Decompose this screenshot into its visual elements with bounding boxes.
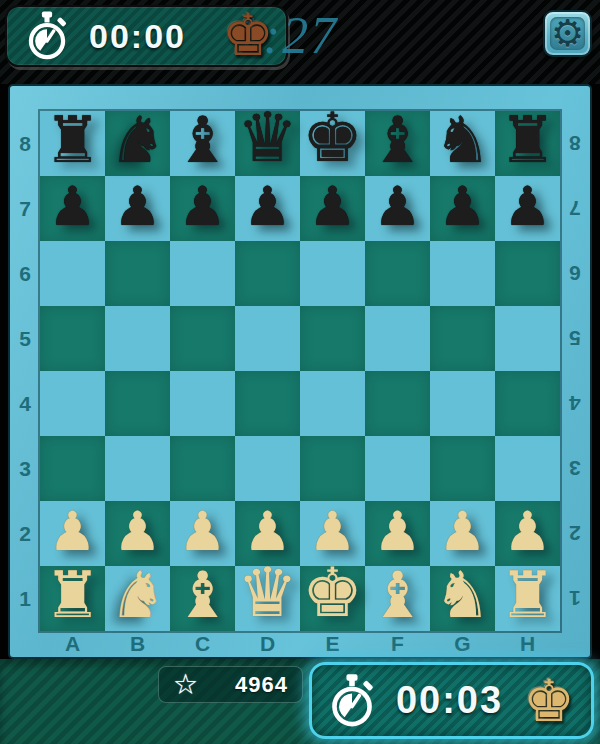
rank-label-3: 3 bbox=[10, 436, 40, 501]
piece-white-bishop: ♝ bbox=[369, 563, 426, 627]
square-b5[interactable] bbox=[105, 306, 170, 371]
piece-black-king: ♚ bbox=[302, 104, 363, 172]
piece-black-rook: ♜ bbox=[499, 108, 556, 172]
square-c5[interactable] bbox=[170, 306, 235, 371]
piece-black-pawn: ♟ bbox=[48, 180, 96, 234]
top-bar: 00:00 1:27 ♚ ⚙ bbox=[0, 0, 600, 84]
square-e2[interactable]: ♟ bbox=[300, 501, 365, 566]
square-g4[interactable] bbox=[430, 371, 495, 436]
square-h5[interactable] bbox=[495, 306, 560, 371]
score-badge: ☆ 4964 bbox=[158, 666, 303, 703]
rank-label-2: 2 bbox=[560, 501, 590, 566]
board-grid: ♜♞♝♛♚♝♞♜♟♟♟♟♟♟♟♟♟♟♟♟♟♟♟♟♜♞♝♛♚♝♞♜ bbox=[40, 111, 560, 631]
file-label-g: G bbox=[430, 631, 495, 657]
piece-black-pawn: ♟ bbox=[308, 180, 356, 234]
square-h2[interactable]: ♟ bbox=[495, 501, 560, 566]
file-label-c: C bbox=[170, 631, 235, 657]
square-f8[interactable]: ♝ bbox=[365, 111, 430, 176]
stopwatch-icon bbox=[25, 10, 69, 62]
square-d2[interactable]: ♟ bbox=[235, 501, 300, 566]
piece-black-rook: ♜ bbox=[44, 108, 101, 172]
rank-label-1: 1 bbox=[10, 566, 40, 631]
square-c2[interactable]: ♟ bbox=[170, 501, 235, 566]
square-g3[interactable] bbox=[430, 436, 495, 501]
square-d3[interactable] bbox=[235, 436, 300, 501]
white-clock-time: 00:03 bbox=[396, 679, 503, 722]
file-label-e: E bbox=[300, 631, 365, 657]
square-e1[interactable]: ♚ bbox=[300, 566, 365, 631]
rank-label-5: 5 bbox=[560, 306, 590, 371]
square-h4[interactable] bbox=[495, 371, 560, 436]
piece-black-pawn: ♟ bbox=[243, 180, 291, 234]
square-b1[interactable]: ♞ bbox=[105, 566, 170, 631]
square-a8[interactable]: ♜ bbox=[40, 111, 105, 176]
piece-white-bishop: ♝ bbox=[174, 563, 231, 627]
square-c1[interactable]: ♝ bbox=[170, 566, 235, 631]
piece-white-pawn: ♟ bbox=[178, 505, 226, 559]
piece-black-pawn: ♟ bbox=[438, 180, 486, 234]
square-a4[interactable] bbox=[40, 371, 105, 436]
square-f7[interactable]: ♟ bbox=[365, 176, 430, 241]
square-f2[interactable]: ♟ bbox=[365, 501, 430, 566]
square-c6[interactable] bbox=[170, 241, 235, 306]
bottom-bar: ☆ 4964 00:03 ♚ bbox=[0, 659, 600, 744]
square-d1[interactable]: ♛ bbox=[235, 566, 300, 631]
square-f6[interactable] bbox=[365, 241, 430, 306]
square-b4[interactable] bbox=[105, 371, 170, 436]
piece-black-queen: ♛ bbox=[237, 104, 298, 172]
square-g7[interactable]: ♟ bbox=[430, 176, 495, 241]
square-d7[interactable]: ♟ bbox=[235, 176, 300, 241]
square-f3[interactable] bbox=[365, 436, 430, 501]
square-b2[interactable]: ♟ bbox=[105, 501, 170, 566]
square-b7[interactable]: ♟ bbox=[105, 176, 170, 241]
piece-black-pawn: ♟ bbox=[178, 180, 226, 234]
rank-labels-right: 87654321 bbox=[560, 111, 590, 631]
rank-label-8: 8 bbox=[560, 111, 590, 176]
square-d8[interactable]: ♛ bbox=[235, 111, 300, 176]
piece-white-rook: ♜ bbox=[44, 563, 101, 627]
square-d6[interactable] bbox=[235, 241, 300, 306]
rank-label-5: 5 bbox=[10, 306, 40, 371]
piece-white-knight: ♞ bbox=[109, 563, 166, 627]
square-a5[interactable] bbox=[40, 306, 105, 371]
square-h1[interactable]: ♜ bbox=[495, 566, 560, 631]
square-h7[interactable]: ♟ bbox=[495, 176, 560, 241]
chess-board: 87654321 ♜♞♝♛♚♝♞♜♟♟♟♟♟♟♟♟♟♟♟♟♟♟♟♟♜♞♝♛♚♝♞… bbox=[8, 84, 592, 659]
square-a2[interactable]: ♟ bbox=[40, 501, 105, 566]
square-e8[interactable]: ♚ bbox=[300, 111, 365, 176]
square-h6[interactable] bbox=[495, 241, 560, 306]
square-g8[interactable]: ♞ bbox=[430, 111, 495, 176]
piece-white-pawn: ♟ bbox=[48, 505, 96, 559]
piece-white-king: ♚ bbox=[302, 559, 363, 627]
score-value: 4964 bbox=[235, 672, 288, 698]
square-a6[interactable] bbox=[40, 241, 105, 306]
rank-label-7: 7 bbox=[10, 176, 40, 241]
file-label-f: F bbox=[365, 631, 430, 657]
square-f4[interactable] bbox=[365, 371, 430, 436]
square-c8[interactable]: ♝ bbox=[170, 111, 235, 176]
piece-black-bishop: ♝ bbox=[174, 108, 231, 172]
square-g1[interactable]: ♞ bbox=[430, 566, 495, 631]
piece-white-pawn: ♟ bbox=[243, 505, 291, 559]
file-labels-bottom: ABCDEFGH bbox=[40, 631, 560, 657]
square-g2[interactable]: ♟ bbox=[430, 501, 495, 566]
square-g5[interactable] bbox=[430, 306, 495, 371]
black-king-icon: ♚ bbox=[222, 6, 274, 64]
chess-app: 00:00 1:27 ♚ ⚙ 87654321 ♜♞♝♛♚♝♞♜♟♟♟♟♟♟♟♟… bbox=[0, 0, 600, 744]
square-e6[interactable] bbox=[300, 241, 365, 306]
square-e7[interactable]: ♟ bbox=[300, 176, 365, 241]
square-e3[interactable] bbox=[300, 436, 365, 501]
piece-black-knight: ♞ bbox=[109, 108, 166, 172]
piece-white-knight: ♞ bbox=[434, 563, 491, 627]
black-clock-time: 00:00 bbox=[89, 17, 186, 56]
square-e5[interactable] bbox=[300, 306, 365, 371]
piece-black-knight: ♞ bbox=[434, 108, 491, 172]
piece-white-pawn: ♟ bbox=[503, 505, 551, 559]
square-a7[interactable]: ♟ bbox=[40, 176, 105, 241]
square-g6[interactable] bbox=[430, 241, 495, 306]
rank-labels-left: 87654321 bbox=[10, 111, 40, 631]
square-e4[interactable] bbox=[300, 371, 365, 436]
white-king-icon: ♚ bbox=[523, 672, 575, 730]
rank-label-1: 1 bbox=[560, 566, 590, 631]
rank-label-6: 6 bbox=[10, 241, 40, 306]
file-label-d: D bbox=[235, 631, 300, 657]
rank-label-8: 8 bbox=[10, 111, 40, 176]
piece-white-pawn: ♟ bbox=[308, 505, 356, 559]
rank-label-2: 2 bbox=[10, 501, 40, 566]
piece-black-pawn: ♟ bbox=[113, 180, 161, 234]
piece-black-pawn: ♟ bbox=[503, 180, 551, 234]
square-a1[interactable]: ♜ bbox=[40, 566, 105, 631]
square-f5[interactable] bbox=[365, 306, 430, 371]
rank-label-4: 4 bbox=[560, 371, 590, 436]
square-f1[interactable]: ♝ bbox=[365, 566, 430, 631]
settings-button[interactable]: ⚙ bbox=[543, 10, 592, 57]
square-c7[interactable]: ♟ bbox=[170, 176, 235, 241]
piece-white-pawn: ♟ bbox=[113, 505, 161, 559]
piece-black-bishop: ♝ bbox=[369, 108, 426, 172]
file-label-h: H bbox=[495, 631, 560, 657]
square-d4[interactable] bbox=[235, 371, 300, 436]
gear-icon: ⚙ bbox=[551, 15, 584, 52]
piece-white-queen: ♛ bbox=[237, 559, 298, 627]
piece-white-pawn: ♟ bbox=[438, 505, 486, 559]
rank-label-3: 3 bbox=[560, 436, 590, 501]
white-clock-panel: 00:03 ♚ bbox=[309, 662, 594, 739]
rank-label-6: 6 bbox=[560, 241, 590, 306]
square-a3[interactable] bbox=[40, 436, 105, 501]
square-h3[interactable] bbox=[495, 436, 560, 501]
square-d5[interactable] bbox=[235, 306, 300, 371]
piece-white-pawn: ♟ bbox=[373, 505, 421, 559]
square-b3[interactable] bbox=[105, 436, 170, 501]
piece-white-rook: ♜ bbox=[499, 563, 556, 627]
square-b8[interactable]: ♞ bbox=[105, 111, 170, 176]
file-label-a: A bbox=[40, 631, 105, 657]
stopwatch-icon bbox=[328, 673, 376, 729]
rank-label-7: 7 bbox=[560, 176, 590, 241]
rank-label-4: 4 bbox=[10, 371, 40, 436]
star-icon: ☆ bbox=[173, 671, 198, 699]
square-c4[interactable] bbox=[170, 371, 235, 436]
square-c3[interactable] bbox=[170, 436, 235, 501]
file-label-b: B bbox=[105, 631, 170, 657]
square-h8[interactable]: ♜ bbox=[495, 111, 560, 176]
piece-black-pawn: ♟ bbox=[373, 180, 421, 234]
square-b6[interactable] bbox=[105, 241, 170, 306]
